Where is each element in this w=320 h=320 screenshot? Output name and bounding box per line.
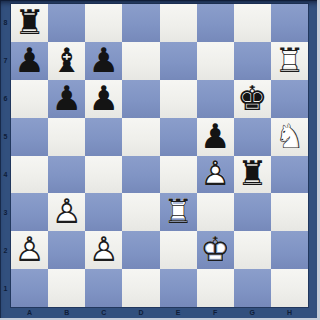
square-g6[interactable]: ♚ bbox=[234, 80, 271, 118]
square-h2[interactable] bbox=[271, 231, 308, 269]
square-f5[interactable]: ♟ bbox=[197, 118, 234, 156]
square-d7[interactable] bbox=[122, 42, 159, 80]
square-d3[interactable] bbox=[122, 193, 159, 231]
square-b2[interactable] bbox=[48, 231, 85, 269]
square-e6[interactable] bbox=[160, 80, 197, 118]
rank-label-6: 6 bbox=[0, 80, 11, 118]
square-a4[interactable] bbox=[11, 156, 48, 194]
piece-glyph-outline: ♙ bbox=[48, 193, 85, 231]
square-d4[interactable] bbox=[122, 156, 159, 194]
piece-glyph-outline: ♖ bbox=[271, 42, 308, 80]
square-f2[interactable]: ♚♔ bbox=[197, 231, 234, 269]
file-label-h: H bbox=[271, 307, 308, 318]
piece-glyph-outline: ♘ bbox=[271, 118, 308, 156]
piece-glyph: ♟ bbox=[48, 80, 85, 118]
square-h8[interactable] bbox=[271, 4, 308, 42]
square-g2[interactable] bbox=[234, 231, 271, 269]
file-label-b: B bbox=[48, 307, 85, 318]
white-rook-h7[interactable]: ♜♖ bbox=[271, 42, 308, 80]
black-pawn-f5[interactable]: ♟ bbox=[197, 118, 234, 156]
piece-glyph: ♚ bbox=[234, 80, 271, 118]
square-a7[interactable]: ♟ bbox=[11, 42, 48, 80]
square-g3[interactable] bbox=[234, 193, 271, 231]
piece-glyph: ♟ bbox=[11, 42, 48, 80]
square-a3[interactable] bbox=[11, 193, 48, 231]
black-pawn-c7[interactable]: ♟ bbox=[85, 42, 122, 80]
square-c5[interactable] bbox=[85, 118, 122, 156]
square-c1[interactable] bbox=[85, 269, 122, 307]
square-b8[interactable] bbox=[48, 4, 85, 42]
black-pawn-c6[interactable]: ♟ bbox=[85, 80, 122, 118]
square-g8[interactable] bbox=[234, 4, 271, 42]
square-g5[interactable] bbox=[234, 118, 271, 156]
square-a2[interactable]: ♟♙ bbox=[11, 231, 48, 269]
piece-glyph-outline: ♖ bbox=[160, 193, 197, 231]
square-f7[interactable] bbox=[197, 42, 234, 80]
square-f3[interactable] bbox=[197, 193, 234, 231]
square-e7[interactable] bbox=[160, 42, 197, 80]
rank-label-7: 7 bbox=[0, 42, 11, 80]
white-king-f2[interactable]: ♚♔ bbox=[197, 231, 234, 269]
square-d8[interactable] bbox=[122, 4, 159, 42]
square-d1[interactable] bbox=[122, 269, 159, 307]
chess-board: ♜♟♝♟♜♖♟♟♚♟♞♘♟♙♜♟♙♜♖♟♙♟♙♚♔ bbox=[11, 4, 308, 307]
file-label-d: D bbox=[122, 307, 159, 318]
rank-label-8: 8 bbox=[0, 4, 11, 42]
rank-label-2: 2 bbox=[0, 231, 11, 269]
file-label-f: F bbox=[197, 307, 234, 318]
rank-label-3: 3 bbox=[0, 193, 11, 231]
square-e5[interactable] bbox=[160, 118, 197, 156]
square-c3[interactable] bbox=[85, 193, 122, 231]
square-a6[interactable] bbox=[11, 80, 48, 118]
square-a1[interactable] bbox=[11, 269, 48, 307]
square-c7[interactable]: ♟ bbox=[85, 42, 122, 80]
white-knight-h5[interactable]: ♞♘ bbox=[271, 118, 308, 156]
square-e4[interactable] bbox=[160, 156, 197, 194]
chess-diagram: ♜♟♝♟♜♖♟♟♚♟♞♘♟♙♜♟♙♜♖♟♙♟♙♚♔ 87654321 ABCDE… bbox=[0, 0, 320, 320]
square-h6[interactable] bbox=[271, 80, 308, 118]
piece-glyph: ♟ bbox=[85, 80, 122, 118]
square-d2[interactable] bbox=[122, 231, 159, 269]
white-pawn-a2[interactable]: ♟♙ bbox=[11, 231, 48, 269]
piece-glyph-outline: ♙ bbox=[197, 156, 234, 194]
square-b3[interactable]: ♟♙ bbox=[48, 193, 85, 231]
piece-glyph-outline: ♙ bbox=[11, 231, 48, 269]
square-h4[interactable] bbox=[271, 156, 308, 194]
square-g4[interactable]: ♜ bbox=[234, 156, 271, 194]
square-b6[interactable]: ♟ bbox=[48, 80, 85, 118]
white-rook-e3[interactable]: ♜♖ bbox=[160, 193, 197, 231]
square-e2[interactable] bbox=[160, 231, 197, 269]
file-label-g: G bbox=[234, 307, 271, 318]
piece-glyph-outline: ♔ bbox=[197, 231, 234, 269]
piece-glyph-outline: ♙ bbox=[85, 231, 122, 269]
rank-label-1: 1 bbox=[0, 269, 11, 307]
square-a5[interactable] bbox=[11, 118, 48, 156]
square-e8[interactable] bbox=[160, 4, 197, 42]
white-pawn-f4[interactable]: ♟♙ bbox=[197, 156, 234, 194]
square-e1[interactable] bbox=[160, 269, 197, 307]
square-a8[interactable]: ♜ bbox=[11, 4, 48, 42]
piece-glyph: ♜ bbox=[234, 156, 271, 194]
square-h7[interactable]: ♜♖ bbox=[271, 42, 308, 80]
square-b4[interactable] bbox=[48, 156, 85, 194]
square-h1[interactable] bbox=[271, 269, 308, 307]
file-label-c: C bbox=[85, 307, 122, 318]
black-pawn-a7[interactable]: ♟ bbox=[11, 42, 48, 80]
square-f1[interactable] bbox=[197, 269, 234, 307]
piece-glyph: ♜ bbox=[11, 4, 48, 42]
rank-label-5: 5 bbox=[0, 118, 11, 156]
black-pawn-b6[interactable]: ♟ bbox=[48, 80, 85, 118]
file-label-a: A bbox=[11, 307, 48, 318]
piece-glyph: ♝ bbox=[48, 42, 85, 80]
piece-glyph: ♟ bbox=[85, 42, 122, 80]
square-g7[interactable] bbox=[234, 42, 271, 80]
square-c8[interactable] bbox=[85, 4, 122, 42]
white-pawn-c2[interactable]: ♟♙ bbox=[85, 231, 122, 269]
square-f4[interactable]: ♟♙ bbox=[197, 156, 234, 194]
black-rook-a8[interactable]: ♜ bbox=[11, 4, 48, 42]
square-g1[interactable] bbox=[234, 269, 271, 307]
square-d6[interactable] bbox=[122, 80, 159, 118]
black-rook-g4[interactable]: ♜ bbox=[234, 156, 271, 194]
square-c2[interactable]: ♟♙ bbox=[85, 231, 122, 269]
square-e3[interactable]: ♜♖ bbox=[160, 193, 197, 231]
square-c4[interactable] bbox=[85, 156, 122, 194]
rank-label-4: 4 bbox=[0, 156, 11, 194]
square-d5[interactable] bbox=[122, 118, 159, 156]
white-pawn-b3[interactable]: ♟♙ bbox=[48, 193, 85, 231]
black-king-g6[interactable]: ♚ bbox=[234, 80, 271, 118]
square-b5[interactable] bbox=[48, 118, 85, 156]
square-h3[interactable] bbox=[271, 193, 308, 231]
square-c6[interactable]: ♟ bbox=[85, 80, 122, 118]
file-label-e: E bbox=[160, 307, 197, 318]
black-bishop-b7[interactable]: ♝ bbox=[48, 42, 85, 80]
square-f6[interactable] bbox=[197, 80, 234, 118]
square-b7[interactable]: ♝ bbox=[48, 42, 85, 80]
square-b1[interactable] bbox=[48, 269, 85, 307]
piece-glyph: ♟ bbox=[197, 118, 234, 156]
square-f8[interactable] bbox=[197, 4, 234, 42]
square-h5[interactable]: ♞♘ bbox=[271, 118, 308, 156]
